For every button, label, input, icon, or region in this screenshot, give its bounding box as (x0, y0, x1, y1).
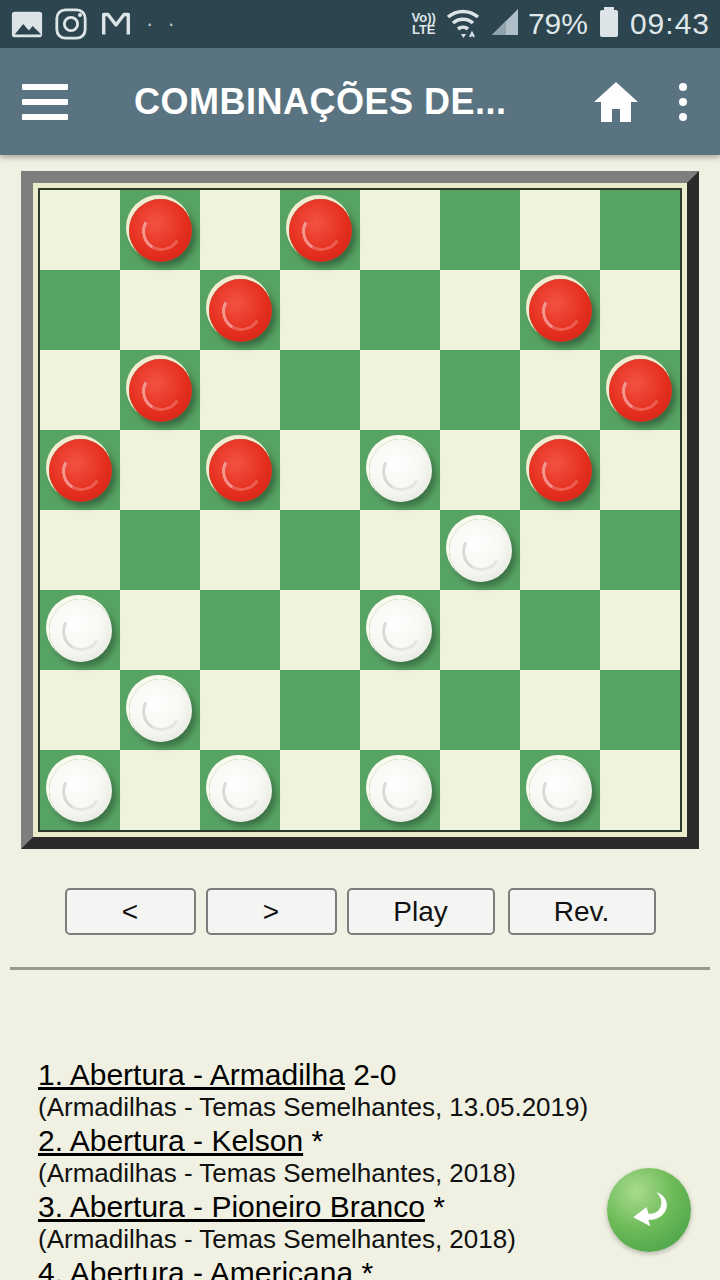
opening-result: * (425, 1190, 445, 1223)
volte-icon: Vo)) LTE (412, 12, 436, 36)
board-cell-c5[interactable] (200, 430, 280, 510)
red-checker[interactable] (129, 359, 192, 422)
board-cell-h6[interactable] (600, 350, 680, 430)
back-fab-button[interactable] (607, 1168, 691, 1252)
return-arrow-icon (620, 1181, 678, 1239)
board-cell-h1[interactable] (600, 750, 680, 830)
reverse-button[interactable]: Rev. (508, 888, 656, 935)
signal-strength-icon (490, 7, 520, 41)
checkers-board-frame (21, 171, 699, 849)
board-cell-h4[interactable] (600, 510, 680, 590)
opening-detail-1: (Armadilhas - Temas Semelhantes, 13.05.2… (38, 1093, 682, 1122)
white-checker[interactable] (369, 759, 432, 822)
board-cell-e5[interactable] (360, 430, 440, 510)
white-checker[interactable] (129, 679, 192, 742)
board-cell-c7[interactable] (200, 270, 280, 350)
board-cell-c2[interactable] (200, 670, 280, 750)
red-checker[interactable] (529, 439, 592, 502)
board-cell-h5[interactable] (600, 430, 680, 510)
page-title: COMBINAÇÕES DE... (134, 81, 590, 123)
board-cell-b1[interactable] (120, 750, 200, 830)
notification-icons: · · (10, 7, 179, 41)
battery-icon (596, 4, 622, 44)
board-cell-h7[interactable] (600, 270, 680, 350)
red-checker[interactable] (529, 279, 592, 342)
board-cell-e3[interactable] (360, 590, 440, 670)
red-checker[interactable] (49, 439, 112, 502)
opening-item-2: 2. Abertura - Kelson * (38, 1122, 682, 1159)
board-cell-h8[interactable] (600, 190, 680, 270)
board-cell-a7[interactable] (40, 270, 120, 350)
white-checker[interactable] (209, 759, 272, 822)
clock-time: 09:43 (630, 7, 710, 41)
board-cell-b3[interactable] (120, 590, 200, 670)
board-cell-g6[interactable] (520, 350, 600, 430)
divider (10, 967, 710, 970)
board-cell-e6[interactable] (360, 350, 440, 430)
white-checker[interactable] (369, 599, 432, 662)
board-cell-c3[interactable] (200, 590, 280, 670)
gallery-icon (10, 7, 44, 41)
board-cell-b5[interactable] (120, 430, 200, 510)
board-cell-f6[interactable] (440, 350, 520, 430)
board-cell-g7[interactable] (520, 270, 600, 350)
home-icon[interactable] (590, 76, 642, 128)
board-cell-d2[interactable] (280, 670, 360, 750)
board-cell-a5[interactable] (40, 430, 120, 510)
white-checker[interactable] (49, 599, 112, 662)
opening-item-4: 4. Abertura - Americana * (38, 1254, 682, 1280)
board-cell-h2[interactable] (600, 670, 680, 750)
instagram-icon (54, 7, 88, 41)
board-cell-g2[interactable] (520, 670, 600, 750)
battery-percent: 79% (528, 7, 588, 41)
status-bar: · · Vo)) LTE 79% (0, 0, 720, 48)
board-cell-b2[interactable] (120, 670, 200, 750)
move-controls: < > Play Rev. (0, 888, 720, 935)
board-cell-d1[interactable] (280, 750, 360, 830)
board-cell-c6[interactable] (200, 350, 280, 430)
board-cell-c8[interactable] (200, 190, 280, 270)
board-cell-b4[interactable] (120, 510, 200, 590)
board-cell-e1[interactable] (360, 750, 440, 830)
opening-result: 2-0 (345, 1058, 397, 1091)
board-cell-c1[interactable] (200, 750, 280, 830)
board-cell-e2[interactable] (360, 670, 440, 750)
opening-link-1[interactable]: 1. Abertura - Armadilha (38, 1058, 345, 1091)
wifi-icon (444, 4, 482, 44)
board-cell-a2[interactable] (40, 670, 120, 750)
board-cell-d6[interactable] (280, 350, 360, 430)
white-checker[interactable] (49, 759, 112, 822)
white-checker[interactable] (369, 439, 432, 502)
board-cell-f5[interactable] (440, 430, 520, 510)
board-cell-d3[interactable] (280, 590, 360, 670)
board-cell-a8[interactable] (40, 190, 120, 270)
opening-link-4[interactable]: 4. Abertura - Americana (38, 1256, 353, 1280)
board-cell-g8[interactable] (520, 190, 600, 270)
board-cell-d4[interactable] (280, 510, 360, 590)
board-cell-e7[interactable] (360, 270, 440, 350)
board-cell-b6[interactable] (120, 350, 200, 430)
board-cell-a4[interactable] (40, 510, 120, 590)
board-cell-a1[interactable] (40, 750, 120, 830)
board-cell-g5[interactable] (520, 430, 600, 510)
board-cell-e8[interactable] (360, 190, 440, 270)
white-checker[interactable] (529, 759, 592, 822)
previous-move-button[interactable]: < (65, 888, 196, 935)
gmail-icon (98, 7, 134, 41)
board-cell-g3[interactable] (520, 590, 600, 670)
opening-link-3[interactable]: 3. Abertura - Pioneiro Branco (38, 1190, 425, 1223)
opening-item-1: 1. Abertura - Armadilha 2-0 (38, 1056, 682, 1093)
board-cell-a6[interactable] (40, 350, 120, 430)
red-checker[interactable] (209, 279, 272, 342)
red-checker[interactable] (209, 439, 272, 502)
red-checker[interactable] (289, 199, 352, 262)
board-cell-g4[interactable] (520, 510, 600, 590)
board-cell-f3[interactable] (440, 590, 520, 670)
white-checker[interactable] (449, 519, 512, 582)
play-button[interactable]: Play (347, 888, 495, 935)
app-bar: COMBINAÇÕES DE... (0, 48, 720, 155)
opening-item-3: 3. Abertura - Pioneiro Branco * (38, 1188, 682, 1225)
board-cell-d8[interactable] (280, 190, 360, 270)
more-notifications-dots: · · (146, 11, 179, 37)
board-cell-d5[interactable] (280, 430, 360, 510)
board-cell-h3[interactable] (600, 590, 680, 670)
opening-detail-3: (Armadilhas - Temas Semelhantes, 2018) (38, 1225, 682, 1254)
openings-list: 1. Abertura - Armadilha 2-0(Armadilhas -… (0, 1056, 720, 1280)
menu-icon[interactable] (22, 84, 68, 120)
checkers-board[interactable] (40, 190, 680, 830)
board-cell-a3[interactable] (40, 590, 120, 670)
board-cell-f7[interactable] (440, 270, 520, 350)
board-cell-b7[interactable] (120, 270, 200, 350)
board-cell-f1[interactable] (440, 750, 520, 830)
board-cell-b8[interactable] (120, 190, 200, 270)
board-cell-g1[interactable] (520, 750, 600, 830)
red-checker[interactable] (609, 359, 672, 422)
opening-detail-2: (Armadilhas - Temas Semelhantes, 2018) (38, 1159, 682, 1188)
opening-link-2[interactable]: 2. Abertura - Kelson (38, 1124, 303, 1157)
board-cell-f2[interactable] (440, 670, 520, 750)
overflow-menu-icon[interactable] (668, 83, 698, 121)
board-cell-e4[interactable] (360, 510, 440, 590)
board-cell-d7[interactable] (280, 270, 360, 350)
board-cell-f8[interactable] (440, 190, 520, 270)
opening-result: * (353, 1256, 373, 1280)
opening-result: * (303, 1124, 323, 1157)
red-checker[interactable] (129, 199, 192, 262)
next-move-button[interactable]: > (206, 888, 337, 935)
board-cell-f4[interactable] (440, 510, 520, 590)
board-cell-c4[interactable] (200, 510, 280, 590)
